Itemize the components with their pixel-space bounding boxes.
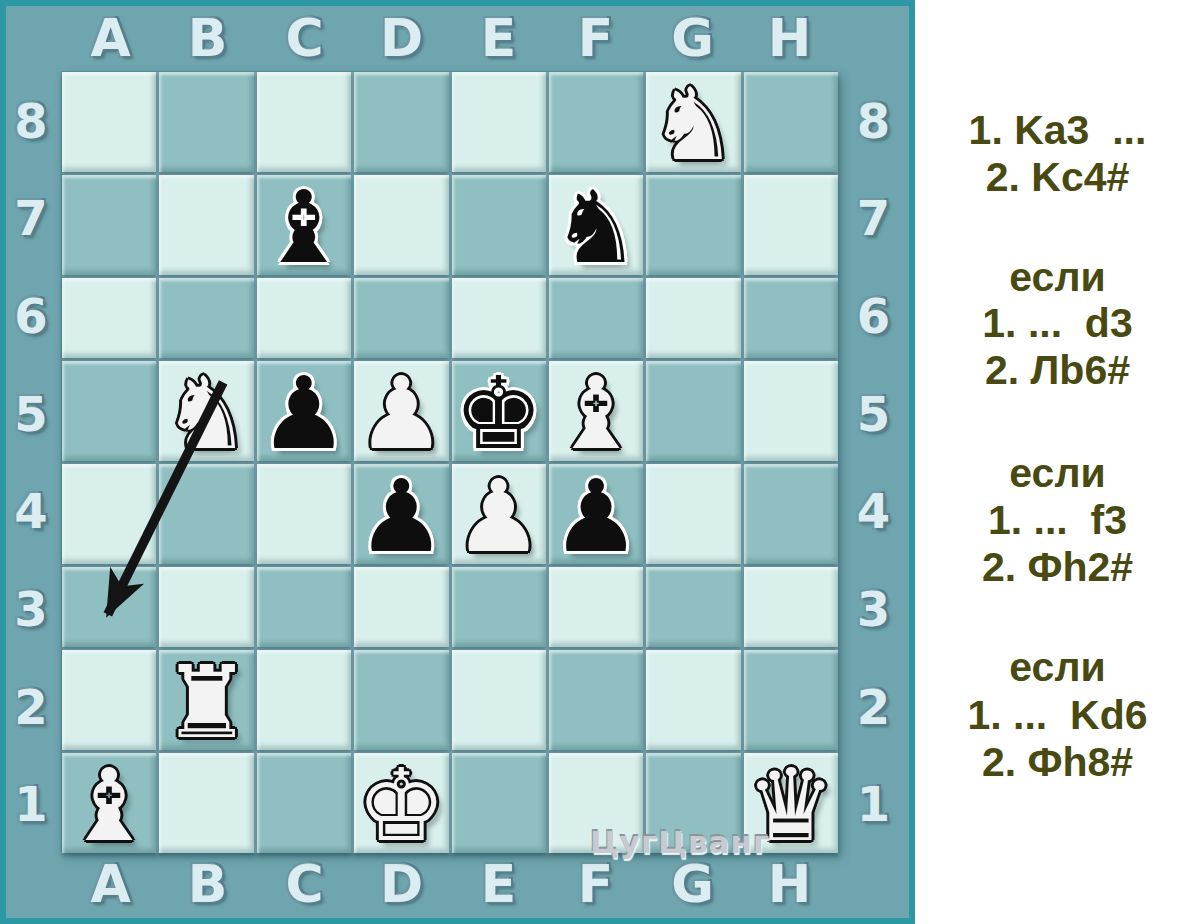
square-g6 <box>646 278 740 358</box>
square-c7: ♝ <box>257 175 351 275</box>
coord-label: 5 <box>838 365 909 463</box>
black-pawn-icon: ♟ <box>356 467 446 567</box>
coord-label: G <box>644 6 741 70</box>
square-c5: ♟ <box>257 361 351 461</box>
square-g7 <box>646 175 740 275</box>
square-b5: ♞ <box>159 361 253 461</box>
square-a3 <box>62 567 156 647</box>
square-b8 <box>159 72 253 172</box>
square-d2 <box>354 650 448 750</box>
black-pawn-icon: ♟ <box>551 467 641 567</box>
square-e2 <box>452 650 546 750</box>
square-g4 <box>646 464 740 564</box>
coord-text: D <box>380 8 423 68</box>
square-f2 <box>549 650 643 750</box>
white-bishop-icon: ♝ <box>551 364 641 464</box>
solution-line-7: 1. ... f3 <box>915 496 1200 544</box>
coord-text: 4 <box>14 483 47 539</box>
square-a2 <box>62 650 156 750</box>
coord-text: 1 <box>14 776 47 832</box>
coord-label: 3 <box>0 560 62 658</box>
file-labels-bottom: ABCDEFGH <box>62 853 838 915</box>
square-e4: ♟ <box>452 464 546 564</box>
square-b3 <box>159 567 253 647</box>
coord-text: 2 <box>857 679 890 735</box>
square-d1: ♚ <box>354 753 448 853</box>
coord-text: 6 <box>14 288 47 344</box>
coord-label: 3 <box>838 560 909 658</box>
coord-text: B <box>188 854 228 914</box>
coord-text: E <box>481 8 517 68</box>
coord-label: A <box>62 6 159 70</box>
square-c2 <box>257 650 351 750</box>
square-g5 <box>646 361 740 461</box>
square-d5: ♟ <box>354 361 448 461</box>
square-c6 <box>257 278 351 358</box>
coord-text: C <box>285 8 323 68</box>
solution-panel: 1. Ka3 ... 2. Kc4# если 1. ... d3 2. Лb6… <box>915 0 1200 924</box>
square-e1 <box>452 753 546 853</box>
white-knight-icon: ♞ <box>649 75 739 175</box>
square-f8 <box>549 72 643 172</box>
coord-label: 4 <box>838 463 909 561</box>
square-g8: ♞ <box>646 72 740 172</box>
coord-text: 3 <box>14 581 47 637</box>
square-g3 <box>646 567 740 647</box>
coord-text: E <box>481 854 517 914</box>
white-pawn-icon: ♟ <box>356 364 446 464</box>
square-f6 <box>549 278 643 358</box>
square-e6 <box>452 278 546 358</box>
coord-label: H <box>741 6 838 70</box>
board-grid: ♞♝♞♞♟♟♚♝♟♟♟♜♝♚♛ <box>62 72 838 853</box>
coord-label: D <box>353 6 450 70</box>
coord-text: 3 <box>857 581 890 637</box>
square-h7 <box>744 175 838 275</box>
coord-label: F <box>547 6 644 70</box>
square-d7 <box>354 175 448 275</box>
square-f7: ♞ <box>549 175 643 275</box>
solution-line-10: 1. ... Kd6 <box>915 691 1200 739</box>
square-c1 <box>257 753 351 853</box>
square-h4 <box>744 464 838 564</box>
coord-label: 5 <box>0 365 62 463</box>
square-a7 <box>62 175 156 275</box>
square-a6 <box>62 278 156 358</box>
square-c3 <box>257 567 351 647</box>
square-d3 <box>354 567 448 647</box>
white-pawn-icon: ♟ <box>454 467 544 567</box>
square-f5: ♝ <box>549 361 643 461</box>
coord-label: F <box>547 853 644 915</box>
square-h5 <box>744 361 838 461</box>
coord-label: E <box>450 853 547 915</box>
coord-text: F <box>578 854 614 914</box>
coord-label: E <box>450 6 547 70</box>
coord-text: G <box>671 854 714 914</box>
square-e5: ♚ <box>452 361 546 461</box>
square-b4 <box>159 464 253 564</box>
square-a1: ♝ <box>62 753 156 853</box>
chess-puzzle-diagram: ABCDEFGH ABCDEFGH 87654321 87654321 ♞♝♞♞… <box>0 0 1200 924</box>
square-d8 <box>354 72 448 172</box>
rank-labels-right: 87654321 <box>838 72 909 853</box>
coord-text: 8 <box>857 93 890 149</box>
coord-text: H <box>768 8 812 68</box>
coord-text: 2 <box>14 679 47 735</box>
coord-label: B <box>159 853 256 915</box>
coord-label: 1 <box>0 755 62 853</box>
coord-label: C <box>256 6 353 70</box>
coord-label: C <box>256 853 353 915</box>
coord-text: 5 <box>857 386 890 442</box>
coord-label: 2 <box>0 658 62 756</box>
black-king-icon: ♚ <box>454 364 544 464</box>
coord-label: G <box>644 853 741 915</box>
solution-line-11: 2. Фh8# <box>915 738 1200 786</box>
square-b7 <box>159 175 253 275</box>
coord-label: 8 <box>838 72 909 170</box>
coord-text: F <box>578 8 614 68</box>
square-a5 <box>62 361 156 461</box>
coord-label: 7 <box>0 170 62 268</box>
solution-line-6: если <box>915 449 1200 497</box>
square-b2: ♜ <box>159 650 253 750</box>
coord-text: 1 <box>857 776 890 832</box>
solution-line-1: 1. Ka3 ... <box>915 106 1200 154</box>
chess-board: ABCDEFGH ABCDEFGH 87654321 87654321 ♞♝♞♞… <box>0 0 915 924</box>
rank-labels-left: 87654321 <box>0 72 62 853</box>
solution-line-8: 2. Фh2# <box>915 543 1200 591</box>
square-h2 <box>744 650 838 750</box>
square-c8 <box>257 72 351 172</box>
square-g2 <box>646 650 740 750</box>
coord-label: 6 <box>838 267 909 365</box>
square-f3 <box>549 567 643 647</box>
square-a8 <box>62 72 156 172</box>
coord-text: 6 <box>857 288 890 344</box>
square-f4: ♟ <box>549 464 643 564</box>
coord-label: 6 <box>0 267 62 365</box>
coord-text: 5 <box>14 386 47 442</box>
coord-label: 1 <box>838 755 909 853</box>
coord-text: B <box>188 8 228 68</box>
square-a4 <box>62 464 156 564</box>
coord-text: C <box>285 854 323 914</box>
coord-text: G <box>671 8 714 68</box>
square-h8 <box>744 72 838 172</box>
white-bishop-icon: ♝ <box>64 756 154 856</box>
solution-line-9: если <box>915 643 1200 691</box>
square-e7 <box>452 175 546 275</box>
coord-text: 7 <box>857 190 890 246</box>
square-d4: ♟ <box>354 464 448 564</box>
coord-label: B <box>159 6 256 70</box>
black-knight-icon: ♞ <box>551 178 641 278</box>
watermark: ЦугЦванг <box>590 824 745 860</box>
square-b6 <box>159 278 253 358</box>
square-b1 <box>159 753 253 853</box>
white-rook-icon: ♜ <box>162 653 252 753</box>
white-king-icon: ♚ <box>356 756 446 856</box>
coord-label: 8 <box>0 72 62 170</box>
black-pawn-icon: ♟ <box>259 364 349 464</box>
square-d6 <box>354 278 448 358</box>
coord-text: 7 <box>14 190 47 246</box>
square-e3 <box>452 567 546 647</box>
black-bishop-icon: ♝ <box>259 178 349 278</box>
square-h6 <box>744 278 838 358</box>
coord-label: 2 <box>838 658 909 756</box>
coord-text: 8 <box>14 93 47 149</box>
square-c4 <box>257 464 351 564</box>
coord-text: A <box>90 8 130 68</box>
square-e8 <box>452 72 546 172</box>
square-h3 <box>744 567 838 647</box>
solution-line-5: 2. Лb6# <box>915 346 1200 394</box>
solution-line-3: если <box>915 253 1200 301</box>
solution-line-2: 2. Kc4# <box>915 153 1200 201</box>
coord-text: 4 <box>857 483 890 539</box>
coord-label: 7 <box>838 170 909 268</box>
white-knight-icon: ♞ <box>162 364 252 464</box>
solution-line-4: 1. ... d3 <box>915 299 1200 347</box>
coord-label: 4 <box>0 463 62 561</box>
file-labels-top: ABCDEFGH <box>62 6 838 70</box>
